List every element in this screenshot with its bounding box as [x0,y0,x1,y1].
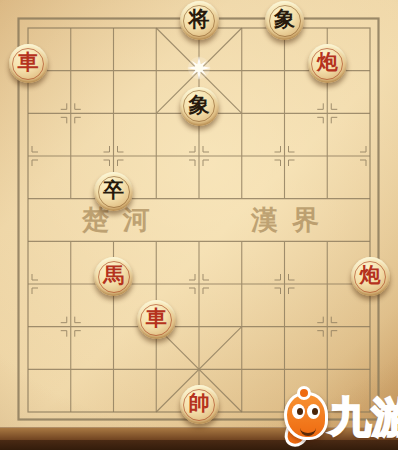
piece-character: 将 [189,9,210,30]
piece-red-general[interactable]: 帥 [180,385,219,424]
piece-red-horse[interactable]: 馬 [94,257,133,296]
piece-character: 馬 [103,265,124,286]
piece-red-chariot[interactable]: 車 [137,300,176,339]
piece-character: 炮 [317,52,338,73]
piece-black-general[interactable]: 将 [180,1,219,40]
piece-black-elephant[interactable]: 象 [180,87,219,126]
piece-character: 炮 [360,265,381,286]
piece-red-cannon[interactable]: 炮 [308,44,347,83]
mascot-eye-left [292,404,305,419]
jiuyou-watermark-logo: 九游 [282,384,398,450]
mascot-antenna [297,386,311,400]
mascot-mouth [300,424,316,436]
mascot-eye-right [307,404,320,419]
jiuyou-mascot-icon [282,385,330,449]
piece-red-cannon[interactable]: 炮 [351,257,390,296]
piece-character: 象 [274,9,295,30]
piece-red-chariot[interactable]: 車 [9,44,48,83]
piece-layer[interactable]: 将象車炮象卒馬炮車帥 [7,7,392,434]
piece-black-soldier[interactable]: 卒 [94,172,133,211]
xiangqi-board[interactable]: 楚河 漢界 将象車炮象卒馬炮車帥 九游 [0,0,398,450]
piece-character: 象 [189,95,210,116]
piece-character: 車 [18,52,39,73]
piece-black-elephant[interactable]: 象 [265,1,304,40]
piece-character: 卒 [103,180,124,201]
brand-text: 九游 [330,397,398,438]
piece-character: 車 [146,308,167,329]
piece-character: 帥 [189,393,210,414]
